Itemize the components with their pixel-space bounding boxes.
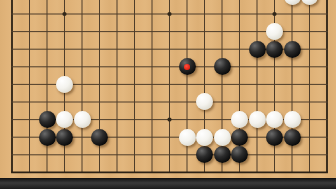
white-stone — [301, 0, 318, 5]
white-stone — [214, 129, 231, 146]
white-stone — [74, 111, 91, 128]
white-stone — [196, 129, 213, 146]
white-stone — [249, 111, 266, 128]
black-stone — [231, 146, 248, 163]
black-stone — [266, 129, 283, 146]
black-stone — [196, 146, 213, 163]
white-stone — [56, 111, 73, 128]
black-stone — [284, 41, 301, 58]
black-stone — [91, 129, 108, 146]
stones-layer — [3, 0, 336, 178]
white-stone — [284, 0, 301, 5]
white-stone — [266, 23, 283, 40]
letterbox-bar — [0, 178, 336, 189]
black-stone — [39, 129, 56, 146]
black-stone — [284, 129, 301, 146]
go-app-screenshot — [0, 0, 336, 189]
go-board[interactable] — [0, 0, 336, 178]
black-stone — [266, 41, 283, 58]
last-move-marker — [184, 64, 190, 70]
white-stone — [179, 129, 196, 146]
black-stone — [56, 129, 73, 146]
black-stone — [249, 41, 266, 58]
white-stone — [196, 93, 213, 110]
black-stone — [214, 146, 231, 163]
black-stone — [214, 58, 231, 75]
black-stone — [179, 58, 196, 75]
black-stone — [39, 111, 56, 128]
white-stone — [56, 76, 73, 93]
white-stone — [266, 111, 283, 128]
white-stone — [284, 111, 301, 128]
white-stone — [231, 111, 248, 128]
black-stone — [231, 129, 248, 146]
